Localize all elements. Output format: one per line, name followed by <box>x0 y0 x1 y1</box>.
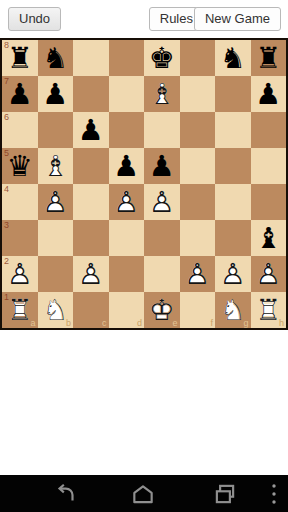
square-h8[interactable]: ♜ <box>251 40 287 76</box>
piece-black-knight[interactable]: ♞ <box>39 42 71 74</box>
square-d8[interactable] <box>109 40 145 76</box>
square-c6[interactable]: ♟ <box>73 112 109 148</box>
square-g6[interactable] <box>215 112 251 148</box>
file-label-b: b <box>66 318 71 328</box>
square-b3[interactable] <box>38 220 74 256</box>
square-d3[interactable] <box>109 220 145 256</box>
piece-white-pawn[interactable]: ♟♙ <box>146 186 178 218</box>
piece-black-rook[interactable]: ♜ <box>252 42 284 74</box>
square-e6[interactable] <box>144 112 180 148</box>
overflow-menu-icon <box>271 483 277 505</box>
file-label-g: g <box>243 318 248 328</box>
piece-black-king[interactable]: ♚ <box>146 42 178 74</box>
square-b6[interactable] <box>38 112 74 148</box>
square-f6[interactable] <box>180 112 216 148</box>
piece-white-pawn[interactable]: ♟♙ <box>181 258 213 290</box>
square-g8[interactable]: ♞ <box>215 40 251 76</box>
square-e4[interactable]: ♟♙ <box>144 184 180 220</box>
piece-black-knight[interactable]: ♞ <box>217 42 249 74</box>
square-c5[interactable] <box>73 148 109 184</box>
square-a2[interactable]: 2♟♙ <box>2 256 38 292</box>
piece-white-pawn[interactable]: ♟♙ <box>110 186 142 218</box>
square-c4[interactable] <box>73 184 109 220</box>
square-g4[interactable] <box>215 184 251 220</box>
chess-board: 8♜♞♚♞♜7♟♟♝♗♟6♟5♛♝♗♟♟4♟♙♟♙♟♙3♝2♟♙♟♙♟♙♟♙♟♙… <box>0 38 288 330</box>
rank-label-6: 6 <box>4 112 9 122</box>
square-h4[interactable] <box>251 184 287 220</box>
square-e5[interactable]: ♟ <box>144 148 180 184</box>
piece-black-pawn[interactable]: ♟ <box>252 78 284 110</box>
square-b5[interactable]: ♝♗ <box>38 148 74 184</box>
square-a1[interactable]: 1a♜♖ <box>2 292 38 328</box>
square-c8[interactable] <box>73 40 109 76</box>
back-icon <box>53 481 79 507</box>
rank-label-2: 2 <box>4 256 9 266</box>
square-b1[interactable]: b♞♘ <box>38 292 74 328</box>
square-d4[interactable]: ♟♙ <box>109 184 145 220</box>
piece-white-pawn[interactable]: ♟♙ <box>252 258 284 290</box>
square-c7[interactable] <box>73 76 109 112</box>
square-b2[interactable] <box>38 256 74 292</box>
file-label-e: e <box>172 318 177 328</box>
file-label-c: c <box>102 318 107 328</box>
square-g3[interactable] <box>215 220 251 256</box>
piece-black-pawn[interactable]: ♟ <box>146 150 178 182</box>
square-d6[interactable] <box>109 112 145 148</box>
piece-black-pawn[interactable]: ♟ <box>75 114 107 146</box>
square-b7[interactable]: ♟ <box>38 76 74 112</box>
overflow-menu-button[interactable] <box>268 475 280 512</box>
file-label-a: a <box>30 318 35 328</box>
piece-white-bishop[interactable]: ♝♗ <box>39 150 71 182</box>
square-f2[interactable]: ♟♙ <box>180 256 216 292</box>
square-e8[interactable]: ♚ <box>144 40 180 76</box>
toolbar: Undo Rules New Game <box>0 0 288 38</box>
file-label-d: d <box>137 318 142 328</box>
square-f1[interactable]: f <box>180 292 216 328</box>
rank-label-4: 4 <box>4 184 9 194</box>
square-g7[interactable] <box>215 76 251 112</box>
square-f4[interactable] <box>180 184 216 220</box>
square-a7[interactable]: 7♟ <box>2 76 38 112</box>
square-f5[interactable] <box>180 148 216 184</box>
piece-white-pawn[interactable]: ♟♙ <box>39 186 71 218</box>
square-b4[interactable]: ♟♙ <box>38 184 74 220</box>
square-d1[interactable]: d <box>109 292 145 328</box>
square-b8[interactable]: ♞ <box>38 40 74 76</box>
square-a3[interactable]: 3 <box>2 220 38 256</box>
piece-white-pawn[interactable]: ♟♙ <box>217 258 249 290</box>
piece-white-bishop[interactable]: ♝♗ <box>146 78 178 110</box>
square-h5[interactable] <box>251 148 287 184</box>
square-a8[interactable]: 8♜ <box>2 40 38 76</box>
square-c2[interactable]: ♟♙ <box>73 256 109 292</box>
home-icon <box>130 481 156 507</box>
square-h7[interactable]: ♟ <box>251 76 287 112</box>
square-d2[interactable] <box>109 256 145 292</box>
square-h2[interactable]: ♟♙ <box>251 256 287 292</box>
square-a6[interactable]: 6 <box>2 112 38 148</box>
piece-black-bishop[interactable]: ♝ <box>252 222 284 254</box>
piece-black-pawn[interactable]: ♟ <box>39 78 71 110</box>
square-f8[interactable] <box>180 40 216 76</box>
square-f7[interactable] <box>180 76 216 112</box>
recents-icon <box>212 481 238 507</box>
square-e1[interactable]: e♚♔ <box>144 292 180 328</box>
square-g1[interactable]: g♞♘ <box>215 292 251 328</box>
square-g5[interactable] <box>215 148 251 184</box>
home-button[interactable] <box>123 475 163 512</box>
new-game-button[interactable]: New Game <box>194 7 281 31</box>
file-label-f: f <box>210 318 213 328</box>
recents-button[interactable] <box>205 475 245 512</box>
square-c1[interactable]: c <box>73 292 109 328</box>
rank-label-5: 5 <box>4 148 9 158</box>
rank-label-8: 8 <box>4 40 9 50</box>
back-button[interactable] <box>46 475 86 512</box>
square-h3[interactable]: ♝ <box>251 220 287 256</box>
square-h6[interactable] <box>251 112 287 148</box>
square-d7[interactable] <box>109 76 145 112</box>
rank-label-1: 1 <box>4 292 9 302</box>
square-a4[interactable]: 4 <box>2 184 38 220</box>
square-d5[interactable]: ♟ <box>109 148 145 184</box>
square-e7[interactable]: ♝♗ <box>144 76 180 112</box>
android-nav-bar <box>0 475 288 512</box>
undo-button[interactable]: Undo <box>8 7 61 31</box>
piece-white-pawn[interactable]: ♟♙ <box>75 258 107 290</box>
square-f3[interactable] <box>180 220 216 256</box>
file-label-h: h <box>279 318 284 328</box>
square-h1[interactable]: h♜♖ <box>251 292 287 328</box>
square-e3[interactable] <box>144 220 180 256</box>
piece-black-pawn[interactable]: ♟ <box>110 150 142 182</box>
square-c3[interactable] <box>73 220 109 256</box>
square-e2[interactable] <box>144 256 180 292</box>
rank-label-3: 3 <box>4 220 9 230</box>
square-a5[interactable]: 5♛ <box>2 148 38 184</box>
rank-label-7: 7 <box>4 76 9 86</box>
square-g2[interactable]: ♟♙ <box>215 256 251 292</box>
